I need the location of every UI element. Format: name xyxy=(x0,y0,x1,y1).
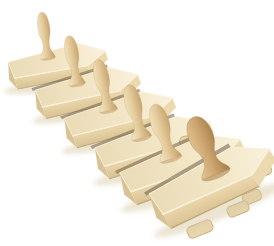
knob-body xyxy=(34,11,55,59)
wooden-stamp-set-image xyxy=(0,0,274,246)
product-photo xyxy=(0,0,274,246)
knob-handle-1 xyxy=(34,11,55,61)
